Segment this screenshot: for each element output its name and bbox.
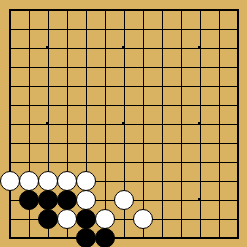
black-stone[interactable] [76,228,96,247]
white-stone[interactable] [76,190,96,210]
white-stone[interactable] [0,171,20,191]
white-stone[interactable] [95,209,115,229]
white-stone[interactable] [114,190,134,210]
white-stone[interactable] [38,171,58,191]
black-stone[interactable] [95,228,115,247]
black-stone[interactable] [38,190,58,210]
black-stone[interactable] [38,209,58,229]
white-stone[interactable] [57,209,77,229]
white-stone[interactable] [133,209,153,229]
white-stone[interactable] [76,171,96,191]
go-board[interactable] [0,0,247,247]
stones-layer [0,0,247,247]
black-stone[interactable] [57,190,77,210]
black-stone[interactable] [76,209,96,229]
white-stone[interactable] [57,171,77,191]
black-stone[interactable] [19,190,39,210]
white-stone[interactable] [19,171,39,191]
